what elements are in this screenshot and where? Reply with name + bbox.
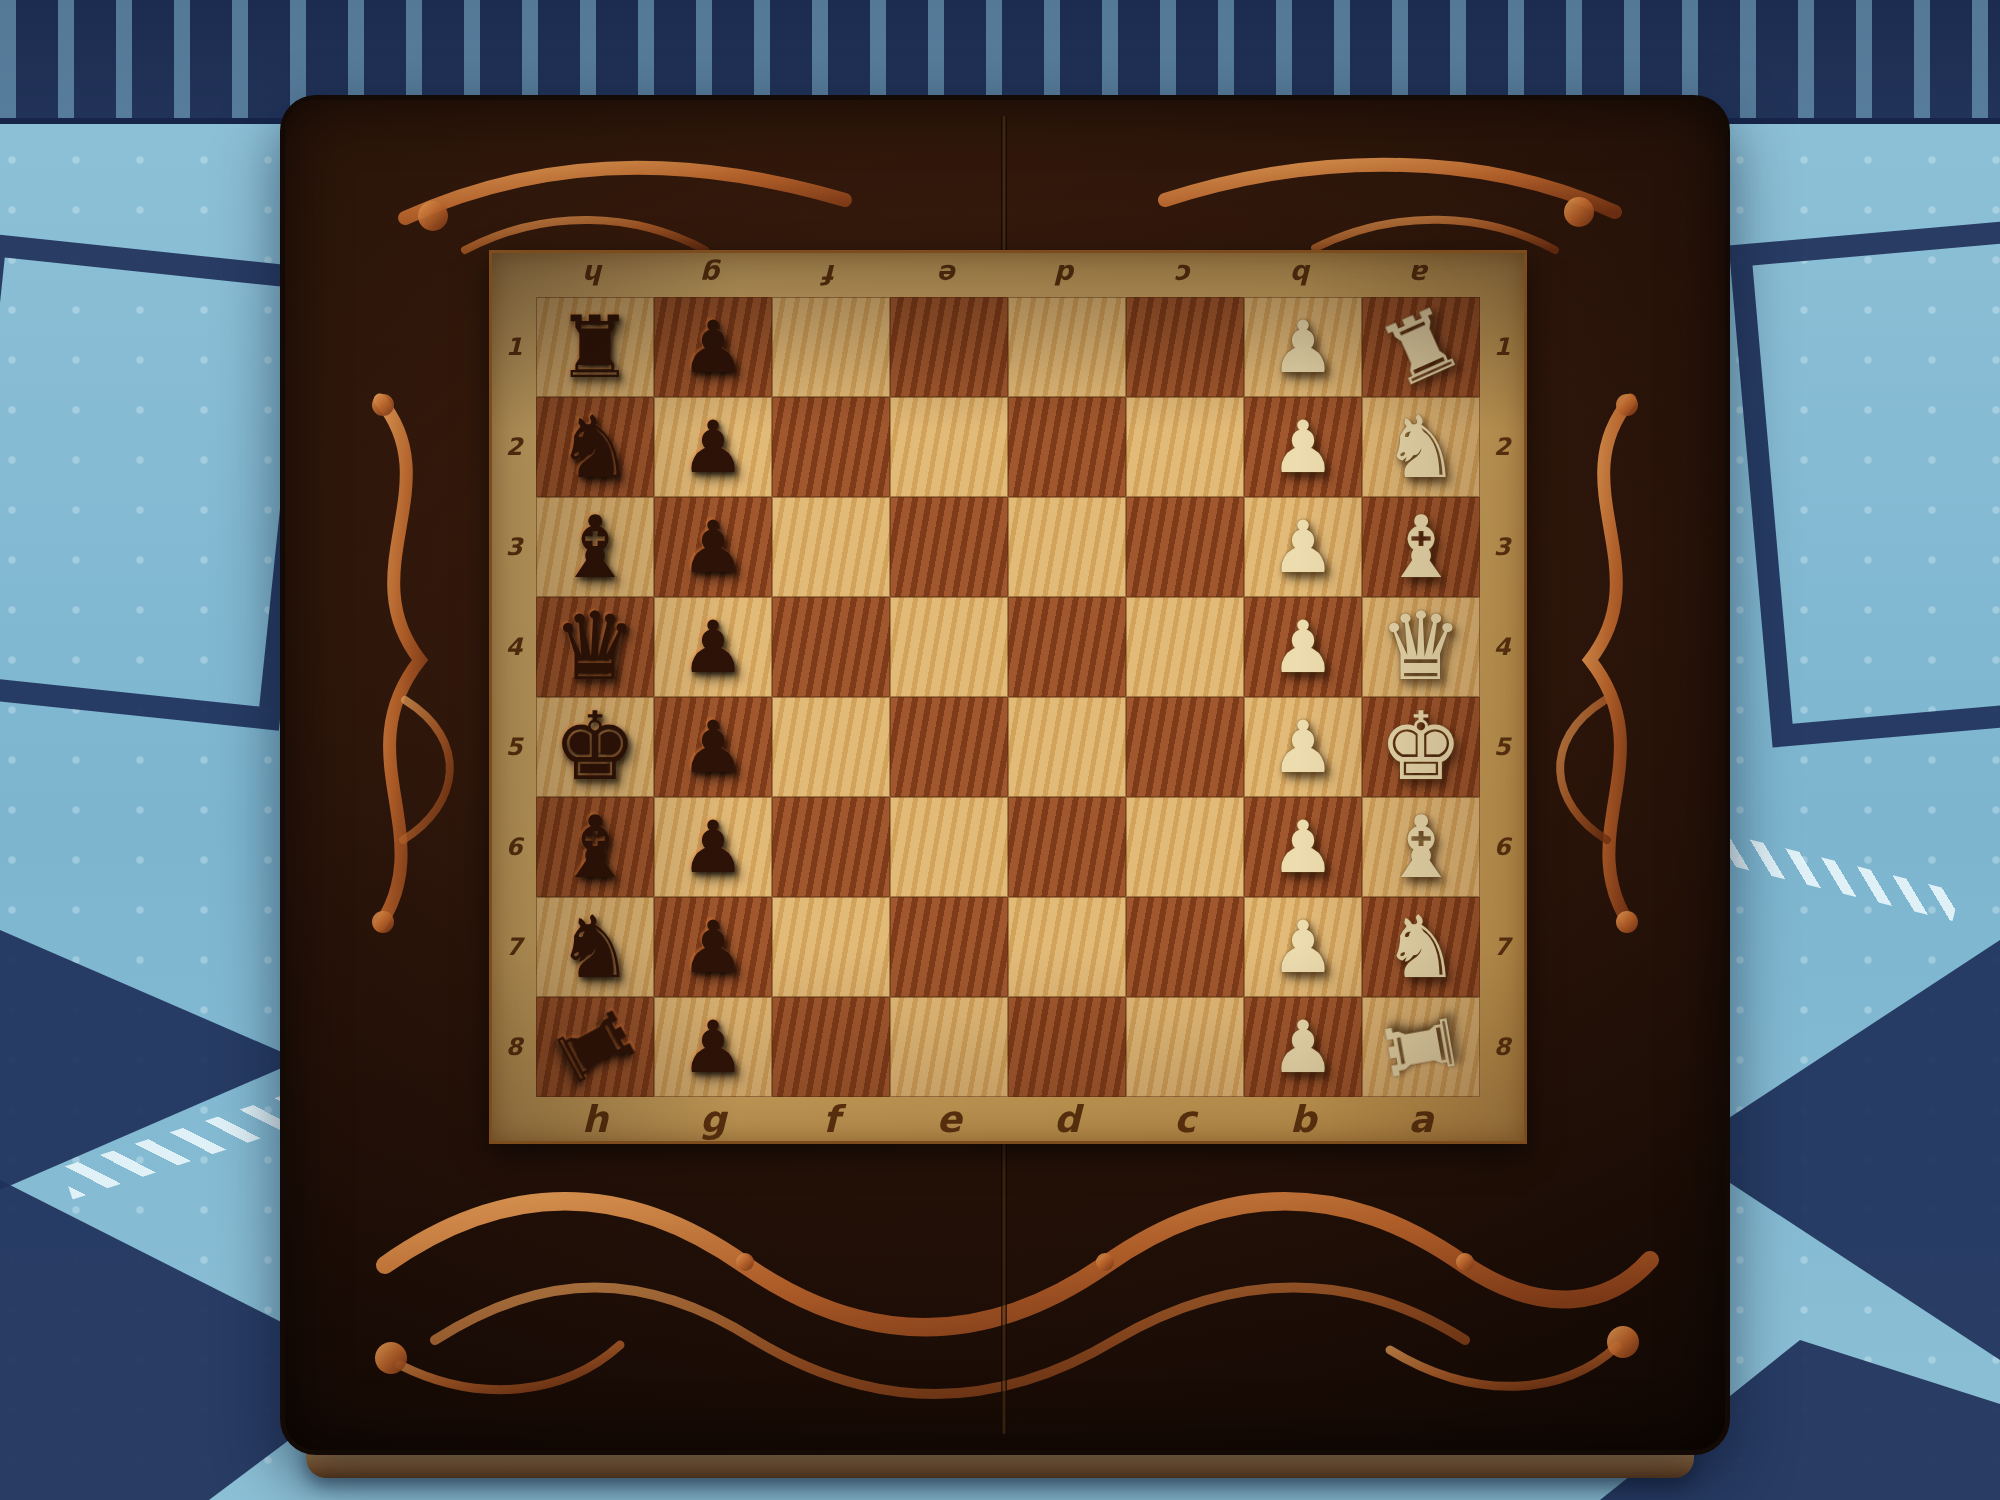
piece-white-pawn-b4[interactable]: ♟	[1244, 597, 1362, 697]
square-a7[interactable]: ♞	[1362, 897, 1480, 997]
rank-label-right-6: 6	[1480, 797, 1524, 897]
file-label-bottom-d: d	[1008, 1097, 1126, 1141]
file-label-top-e: e	[890, 253, 1008, 297]
square-h8[interactable]: ♜	[536, 997, 654, 1097]
chess-box: hgfedcba hgfedcba 12345678 12345678 ♜♟♟♜…	[280, 95, 1730, 1455]
piece-white-rook-a8[interactable]: ♜	[1362, 980, 1481, 1114]
rank-label-left-3: 3	[492, 497, 536, 597]
square-e8[interactable]	[890, 997, 1008, 1097]
square-a8[interactable]: ♜	[1362, 997, 1480, 1097]
square-f2[interactable]	[772, 397, 890, 497]
square-g1[interactable]: ♟	[654, 297, 772, 397]
piece-black-pawn-g5[interactable]: ♟	[654, 697, 772, 797]
piece-black-pawn-g8[interactable]: ♟	[654, 997, 772, 1097]
rank-label-left-2: 2	[492, 397, 536, 497]
piece-white-king-a5[interactable]: ♚	[1362, 697, 1480, 797]
square-c2[interactable]	[1126, 397, 1244, 497]
square-h2[interactable]: ♞	[536, 397, 654, 497]
piece-black-pawn-g1[interactable]: ♟	[654, 297, 772, 397]
square-d4[interactable]	[1008, 597, 1126, 697]
square-f1[interactable]	[772, 297, 890, 397]
board-grid: ♜♟♟♜♞♟♟♞♝♟♟♝♛♟♟♛♚♟♟♚♝♟♟♝♞♟♟♞♜♟♟♜	[536, 297, 1480, 1097]
rank-label-left-6: 6	[492, 797, 536, 897]
square-d1[interactable]	[1008, 297, 1126, 397]
rank-label-right-2: 2	[1480, 397, 1524, 497]
square-h5[interactable]: ♚	[536, 697, 654, 797]
square-e7[interactable]	[890, 897, 1008, 997]
square-a3[interactable]: ♝	[1362, 497, 1480, 597]
rank-label-right-1: 1	[1480, 297, 1524, 397]
rank-label-left-1: 1	[492, 297, 536, 397]
square-g3[interactable]: ♟	[654, 497, 772, 597]
square-g5[interactable]: ♟	[654, 697, 772, 797]
piece-black-rook-h1[interactable]: ♜	[536, 297, 654, 397]
rank-label-left-4: 4	[492, 597, 536, 697]
carpet-motif-left-hook	[0, 233, 327, 730]
square-c6[interactable]	[1126, 797, 1244, 897]
square-a5[interactable]: ♚	[1362, 697, 1480, 797]
square-e4[interactable]	[890, 597, 1008, 697]
piece-black-pawn-g3[interactable]: ♟	[654, 497, 772, 597]
board: hgfedcba hgfedcba 12345678 12345678 ♜♟♟♜…	[489, 250, 1527, 1144]
piece-black-king-h5[interactable]: ♚	[536, 697, 654, 797]
square-g6[interactable]: ♟	[654, 797, 772, 897]
square-c5[interactable]	[1126, 697, 1244, 797]
rank-label-right-3: 3	[1480, 497, 1524, 597]
rank-label-right-8: 8	[1480, 997, 1524, 1097]
piece-white-pawn-b8[interactable]: ♟	[1244, 997, 1362, 1097]
square-f4[interactable]	[772, 597, 890, 697]
file-labels-bottom: hgfedcba	[536, 1097, 1480, 1141]
square-b6[interactable]: ♟	[1244, 797, 1362, 897]
file-label-bottom-f: f	[772, 1097, 890, 1141]
piece-white-knight-a2[interactable]: ♞	[1362, 397, 1480, 497]
rank-label-right-7: 7	[1480, 897, 1524, 997]
square-b5[interactable]: ♟	[1244, 697, 1362, 797]
piece-white-knight-a7[interactable]: ♞	[1362, 897, 1480, 997]
square-c8[interactable]	[1126, 997, 1244, 1097]
file-label-top-f: f	[772, 253, 890, 297]
square-a4[interactable]: ♛	[1362, 597, 1480, 697]
square-b3[interactable]: ♟	[1244, 497, 1362, 597]
file-label-top-a: a	[1362, 253, 1480, 297]
square-g4[interactable]: ♟	[654, 597, 772, 697]
rank-label-right-5: 5	[1480, 697, 1524, 797]
square-c1[interactable]	[1126, 297, 1244, 397]
piece-white-pawn-b3[interactable]: ♟	[1244, 497, 1362, 597]
square-b8[interactable]: ♟	[1244, 997, 1362, 1097]
piece-white-pawn-b7[interactable]: ♟	[1244, 897, 1362, 997]
square-e1[interactable]	[890, 297, 1008, 397]
square-f6[interactable]	[772, 797, 890, 897]
piece-white-bishop-a3[interactable]: ♝	[1362, 497, 1480, 597]
square-c3[interactable]	[1126, 497, 1244, 597]
piece-black-bishop-h6[interactable]: ♝	[536, 797, 654, 897]
rank-label-left-5: 5	[492, 697, 536, 797]
square-h1[interactable]: ♜	[536, 297, 654, 397]
square-g8[interactable]: ♟	[654, 997, 772, 1097]
file-label-bottom-e: e	[890, 1097, 1008, 1141]
square-e2[interactable]	[890, 397, 1008, 497]
square-b7[interactable]: ♟	[1244, 897, 1362, 997]
file-label-top-g: g	[654, 253, 772, 297]
square-d8[interactable]	[1008, 997, 1126, 1097]
square-c4[interactable]	[1126, 597, 1244, 697]
rank-label-right-4: 4	[1480, 597, 1524, 697]
square-f3[interactable]	[772, 497, 890, 597]
square-e6[interactable]	[890, 797, 1008, 897]
square-d7[interactable]	[1008, 897, 1126, 997]
piece-black-knight-h2[interactable]: ♞	[536, 397, 654, 497]
file-label-bottom-b: b	[1244, 1097, 1362, 1141]
piece-white-pawn-b5[interactable]: ♟	[1244, 697, 1362, 797]
square-e3[interactable]	[890, 497, 1008, 597]
piece-white-pawn-b1[interactable]: ♟	[1244, 297, 1362, 397]
square-b4[interactable]: ♟	[1244, 597, 1362, 697]
rank-labels-right: 12345678	[1480, 297, 1524, 1097]
square-d3[interactable]	[1008, 497, 1126, 597]
square-h6[interactable]: ♝	[536, 797, 654, 897]
piece-white-pawn-b6[interactable]: ♟	[1244, 797, 1362, 897]
file-labels-top: hgfedcba	[536, 253, 1480, 297]
square-b2[interactable]: ♟	[1244, 397, 1362, 497]
file-label-top-b: b	[1244, 253, 1362, 297]
file-label-bottom-g: g	[654, 1097, 772, 1141]
square-f8[interactable]	[772, 997, 890, 1097]
piece-black-bishop-h3[interactable]: ♝	[536, 497, 654, 597]
carpet-motif-right-hook	[1729, 216, 2000, 747]
rank-label-left-7: 7	[492, 897, 536, 997]
file-label-top-h: h	[536, 253, 654, 297]
square-f5[interactable]	[772, 697, 890, 797]
square-b1[interactable]: ♟	[1244, 297, 1362, 397]
piece-black-pawn-g4[interactable]: ♟	[654, 597, 772, 697]
square-a1[interactable]: ♜	[1362, 297, 1480, 397]
square-h4[interactable]: ♛	[536, 597, 654, 697]
piece-black-queen-h4[interactable]: ♛	[536, 597, 654, 697]
square-e5[interactable]	[890, 697, 1008, 797]
file-label-bottom-c: c	[1126, 1097, 1244, 1141]
piece-white-pawn-b2[interactable]: ♟	[1244, 397, 1362, 497]
square-d5[interactable]	[1008, 697, 1126, 797]
square-g7[interactable]: ♟	[654, 897, 772, 997]
piece-white-queen-a4[interactable]: ♛	[1362, 597, 1480, 697]
square-d2[interactable]	[1008, 397, 1126, 497]
square-a2[interactable]: ♞	[1362, 397, 1480, 497]
file-label-top-c: c	[1126, 253, 1244, 297]
square-a6[interactable]: ♝	[1362, 797, 1480, 897]
square-g2[interactable]: ♟	[654, 397, 772, 497]
piece-white-bishop-a6[interactable]: ♝	[1362, 797, 1480, 897]
piece-white-rook-a1[interactable]: ♜	[1347, 277, 1495, 416]
piece-black-pawn-g2[interactable]: ♟	[654, 397, 772, 497]
square-h3[interactable]: ♝	[536, 497, 654, 597]
square-f7[interactable]	[772, 897, 890, 997]
piece-black-pawn-g6[interactable]: ♟	[654, 797, 772, 897]
piece-black-pawn-g7[interactable]: ♟	[654, 897, 772, 997]
file-label-top-d: d	[1008, 253, 1126, 297]
square-c7[interactable]	[1126, 897, 1244, 997]
square-d6[interactable]	[1008, 797, 1126, 897]
rank-label-left-8: 8	[492, 997, 536, 1097]
rank-labels-left: 12345678	[492, 297, 536, 1097]
